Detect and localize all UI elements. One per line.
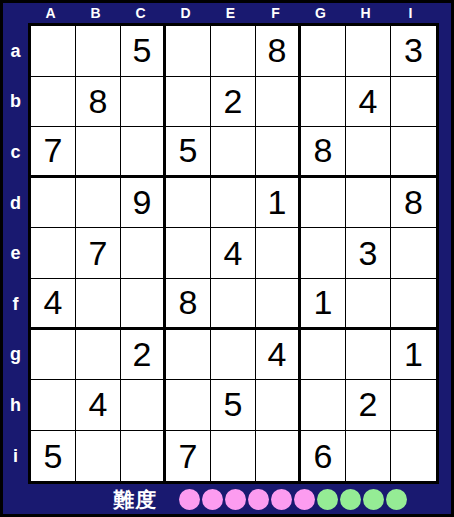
difficulty-label: 難度 <box>113 489 157 510</box>
cell-eI[interactable] <box>391 228 436 279</box>
cell-hB[interactable]: 4 <box>76 380 121 431</box>
cell-aG[interactable] <box>301 26 346 77</box>
cell-iC[interactable] <box>121 431 166 482</box>
cell-aF[interactable]: 8 <box>256 26 301 77</box>
cell-eC[interactable] <box>121 228 166 279</box>
cell-gH[interactable] <box>346 330 391 381</box>
row-label-d: d <box>3 178 28 229</box>
cell-hE[interactable]: 5 <box>211 380 256 431</box>
cell-hA[interactable] <box>31 380 76 431</box>
cell-gE[interactable] <box>211 330 256 381</box>
cell-cG[interactable]: 8 <box>301 127 346 178</box>
cell-iG[interactable]: 6 <box>301 431 346 482</box>
cell-iB[interactable] <box>76 431 121 482</box>
cell-bE[interactable]: 2 <box>211 77 256 128</box>
cell-gC[interactable]: 2 <box>121 330 166 381</box>
cell-bC[interactable] <box>121 77 166 128</box>
cell-cE[interactable] <box>211 127 256 178</box>
cell-fF[interactable] <box>256 279 301 330</box>
cell-eE[interactable]: 4 <box>211 228 256 279</box>
cell-bF[interactable] <box>256 77 301 128</box>
row-labels: abcdefghi <box>3 23 28 484</box>
cell-cB[interactable] <box>76 127 121 178</box>
cell-aE[interactable] <box>211 26 256 77</box>
row-label-a: a <box>3 26 28 77</box>
difficulty-dot-3-pink <box>225 489 246 510</box>
difficulty-dot-4-pink <box>248 489 269 510</box>
difficulty-dot-10-green <box>386 489 407 510</box>
col-label-E: E <box>208 3 253 23</box>
difficulty-dot-5-pink <box>271 489 292 510</box>
cell-eA[interactable] <box>31 228 76 279</box>
cell-bB[interactable]: 8 <box>76 77 121 128</box>
row-label-b: b <box>3 77 28 128</box>
cell-fC[interactable] <box>121 279 166 330</box>
cell-bH[interactable]: 4 <box>346 77 391 128</box>
cell-eB[interactable]: 7 <box>76 228 121 279</box>
cell-aD[interactable] <box>166 26 211 77</box>
cell-cA[interactable]: 7 <box>31 127 76 178</box>
cell-cH[interactable] <box>346 127 391 178</box>
cell-cI[interactable] <box>391 127 436 178</box>
col-label-D: D <box>163 3 208 23</box>
cell-iA[interactable]: 5 <box>31 431 76 482</box>
cell-aB[interactable] <box>76 26 121 77</box>
cell-bG[interactable] <box>301 77 346 128</box>
row-label-e: e <box>3 228 28 279</box>
cell-hF[interactable] <box>256 380 301 431</box>
cell-iE[interactable] <box>211 431 256 482</box>
cell-bI[interactable] <box>391 77 436 128</box>
col-label-C: C <box>118 3 163 23</box>
cell-dC[interactable]: 9 <box>121 178 166 229</box>
col-label-B: B <box>73 3 118 23</box>
cell-hC[interactable] <box>121 380 166 431</box>
cell-dA[interactable] <box>31 178 76 229</box>
cell-iH[interactable] <box>346 431 391 482</box>
difficulty-bar: 難度 <box>3 484 451 514</box>
column-header: ABCDEFGHI <box>3 3 451 23</box>
cell-fH[interactable] <box>346 279 391 330</box>
cell-cC[interactable] <box>121 127 166 178</box>
difficulty-dot-8-green <box>340 489 361 510</box>
row-label-f: f <box>3 279 28 330</box>
col-label-A: A <box>28 3 73 23</box>
cell-dG[interactable] <box>301 178 346 229</box>
cell-dI[interactable]: 8 <box>391 178 436 229</box>
cell-gI[interactable]: 1 <box>391 330 436 381</box>
difficulty-dot-2-pink <box>202 489 223 510</box>
difficulty-dot-9-green <box>363 489 384 510</box>
cell-gF[interactable]: 4 <box>256 330 301 381</box>
board-main: abcdefghi 583824758918743481241452576 <box>3 23 451 484</box>
cell-hH[interactable]: 2 <box>346 380 391 431</box>
cell-iF[interactable] <box>256 431 301 482</box>
row-label-h: h <box>3 380 28 431</box>
cell-gB[interactable] <box>76 330 121 381</box>
cell-aH[interactable] <box>346 26 391 77</box>
cell-aC[interactable]: 5 <box>121 26 166 77</box>
col-label-H: H <box>343 3 388 23</box>
cell-dH[interactable] <box>346 178 391 229</box>
cell-eG[interactable] <box>301 228 346 279</box>
cell-gD[interactable] <box>166 330 211 381</box>
sudoku-board: ABCDEFGHI abcdefghi 58382475891874348124… <box>0 0 454 517</box>
cell-gG[interactable] <box>301 330 346 381</box>
difficulty-dots <box>179 489 407 510</box>
cell-fG[interactable]: 1 <box>301 279 346 330</box>
cell-fA[interactable]: 4 <box>31 279 76 330</box>
cell-cF[interactable] <box>256 127 301 178</box>
cell-dD[interactable] <box>166 178 211 229</box>
difficulty-dot-7-green <box>317 489 338 510</box>
cell-hI[interactable] <box>391 380 436 431</box>
col-label-I: I <box>388 3 433 23</box>
cell-aI[interactable]: 3 <box>391 26 436 77</box>
cell-dF[interactable]: 1 <box>256 178 301 229</box>
cell-dB[interactable] <box>76 178 121 229</box>
cell-eD[interactable] <box>166 228 211 279</box>
col-label-G: G <box>298 3 343 23</box>
cell-iD[interactable]: 7 <box>166 431 211 482</box>
cell-eH[interactable]: 3 <box>346 228 391 279</box>
cell-dE[interactable] <box>211 178 256 229</box>
cell-fB[interactable] <box>76 279 121 330</box>
cell-fD[interactable]: 8 <box>166 279 211 330</box>
cell-eF[interactable] <box>256 228 301 279</box>
sudoku-grid: 583824758918743481241452576 <box>28 23 439 484</box>
row-label-g: g <box>3 330 28 381</box>
cell-cD[interactable]: 5 <box>166 127 211 178</box>
row-label-c: c <box>3 127 28 178</box>
cell-aA[interactable] <box>31 26 76 77</box>
cell-fE[interactable] <box>211 279 256 330</box>
cell-bD[interactable] <box>166 77 211 128</box>
difficulty-dot-6-pink <box>294 489 315 510</box>
col-label-F: F <box>253 3 298 23</box>
cell-hG[interactable] <box>301 380 346 431</box>
cell-bA[interactable] <box>31 77 76 128</box>
cell-iI[interactable] <box>391 431 436 482</box>
cell-gA[interactable] <box>31 330 76 381</box>
cell-fI[interactable] <box>391 279 436 330</box>
row-label-i: i <box>3 431 28 482</box>
cell-hD[interactable] <box>166 380 211 431</box>
difficulty-dot-1-pink <box>179 489 200 510</box>
